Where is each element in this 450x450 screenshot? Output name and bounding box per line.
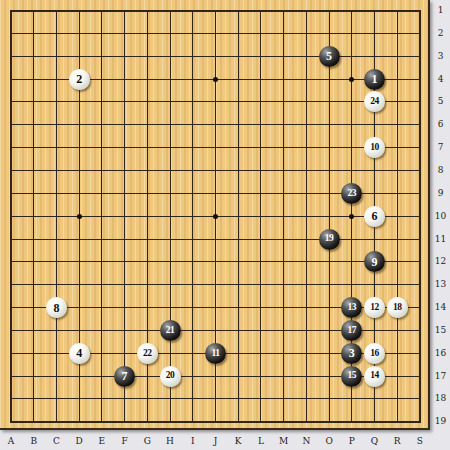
stone-white-20: 20 (160, 366, 181, 387)
move-number: 4 (76, 347, 82, 359)
row-label-11: 11 (431, 234, 450, 245)
go-diagram: 123456789101112131415161718192021222324 … (0, 0, 450, 450)
move-number: 9 (372, 256, 378, 268)
move-number: 23 (348, 189, 357, 199)
grid-line-horizontal (10, 421, 421, 423)
stone-black-9: 9 (364, 251, 385, 272)
grid-line-vertical (283, 10, 284, 423)
move-number: 8 (53, 302, 59, 314)
move-number: 15 (348, 371, 357, 381)
stone-black-13: 13 (341, 297, 362, 318)
stone-black-15: 15 (341, 366, 362, 387)
stone-white-18: 18 (387, 297, 408, 318)
row-label-1: 1 (431, 5, 450, 16)
move-number: 12 (370, 303, 379, 313)
column-label-N: N (296, 434, 316, 448)
column-label-Q: Q (365, 434, 385, 448)
move-number: 11 (211, 349, 219, 359)
column-label-B: B (24, 434, 44, 448)
column-label-A: A (1, 434, 21, 448)
row-label-5: 5 (431, 96, 450, 107)
row-label-7: 7 (431, 142, 450, 153)
stone-white-10: 10 (364, 137, 385, 158)
stone-white-4: 4 (69, 343, 90, 364)
stone-white-2: 2 (69, 69, 90, 90)
move-number: 2 (76, 73, 82, 85)
column-label-O: O (319, 434, 339, 448)
row-label-8: 8 (431, 165, 450, 176)
stone-white-12: 12 (364, 297, 385, 318)
move-number: 18 (393, 303, 402, 313)
move-number: 10 (370, 143, 379, 153)
hoshi-point (213, 77, 218, 82)
hoshi-point (349, 214, 354, 219)
column-label-R: R (387, 434, 407, 448)
column-label-E: E (92, 434, 112, 448)
row-label-4: 4 (431, 74, 450, 85)
stone-white-6: 6 (364, 206, 385, 227)
column-label-F: F (115, 434, 135, 448)
stone-black-7: 7 (114, 366, 135, 387)
column-label-K: K (228, 434, 248, 448)
column-label-J: J (205, 434, 225, 448)
stone-black-23: 23 (341, 183, 362, 204)
move-number: 17 (348, 326, 357, 336)
grid-line-vertical (397, 10, 398, 423)
row-label-10: 10 (431, 211, 450, 222)
grid-line-vertical (260, 10, 261, 423)
hoshi-point (349, 77, 354, 82)
row-label-15: 15 (431, 325, 450, 336)
stone-black-1: 1 (364, 69, 385, 90)
hoshi-point (213, 214, 218, 219)
row-label-6: 6 (431, 119, 450, 130)
grid-line-horizontal (10, 261, 421, 262)
move-number: 13 (348, 303, 357, 313)
column-label-H: H (160, 434, 180, 448)
stone-white-16: 16 (364, 343, 385, 364)
move-number: 16 (370, 349, 379, 359)
stone-black-19: 19 (319, 229, 340, 250)
grid-line-vertical (419, 10, 421, 423)
move-number: 22 (143, 349, 152, 359)
row-label-19: 19 (431, 416, 450, 427)
row-label-2: 2 (431, 28, 450, 39)
grid-line-vertical (306, 10, 307, 423)
move-number: 24 (370, 97, 379, 107)
move-number: 19 (325, 234, 334, 244)
stone-white-22: 22 (137, 343, 158, 364)
stone-black-11: 11 (205, 343, 226, 364)
row-label-17: 17 (431, 371, 450, 382)
stone-white-24: 24 (364, 91, 385, 112)
row-label-12: 12 (431, 256, 450, 267)
grid-line-vertical (238, 10, 239, 423)
stone-white-14: 14 (364, 366, 385, 387)
grid-line-vertical (329, 10, 330, 423)
stone-black-17: 17 (341, 320, 362, 341)
column-label-D: D (69, 434, 89, 448)
row-label-9: 9 (431, 188, 450, 199)
go-board[interactable]: 123456789101112131415161718192021222324 (0, 0, 430, 430)
row-label-14: 14 (431, 302, 450, 313)
stone-black-5: 5 (319, 46, 340, 67)
move-number: 5 (326, 50, 332, 62)
move-number: 14 (370, 371, 379, 381)
grid-line-horizontal (10, 239, 421, 240)
hoshi-point (77, 214, 82, 219)
column-label-P: P (342, 434, 362, 448)
row-label-18: 18 (431, 393, 450, 404)
move-number: 7 (122, 370, 128, 382)
column-label-I: I (183, 434, 203, 448)
row-label-16: 16 (431, 348, 450, 359)
move-number: 20 (166, 371, 175, 381)
grid-line-horizontal (10, 398, 421, 399)
move-number: 1 (372, 73, 378, 85)
column-label-C: C (46, 434, 66, 448)
stone-black-21: 21 (160, 320, 181, 341)
move-number: 6 (372, 210, 378, 222)
column-label-S: S (410, 434, 430, 448)
grid-line-horizontal (10, 284, 421, 285)
column-label-G: G (137, 434, 157, 448)
move-number: 21 (166, 326, 175, 336)
stone-white-8: 8 (46, 297, 67, 318)
column-label-L: L (251, 434, 271, 448)
row-label-13: 13 (431, 279, 450, 290)
stone-black-3: 3 (341, 343, 362, 364)
move-number: 3 (349, 347, 355, 359)
column-label-M: M (274, 434, 294, 448)
row-label-3: 3 (431, 51, 450, 62)
